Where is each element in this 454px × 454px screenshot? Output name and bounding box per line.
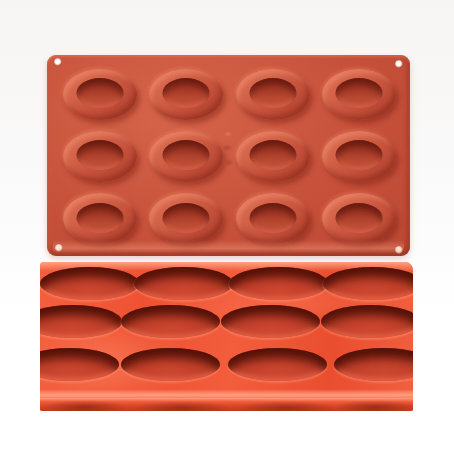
mold-cavity-angled (134, 267, 233, 300)
mold-cavity-angled (323, 267, 413, 300)
mold-angled-view (40, 262, 413, 411)
mold-cavity-angled (40, 267, 139, 300)
mold-cavity-opening (163, 203, 210, 233)
mold-cavity-angled (334, 348, 413, 381)
mold-cavity-ring (322, 193, 396, 244)
mold-cavity-opening (335, 141, 382, 171)
cavity-cell (57, 125, 143, 187)
mold-cavity-angled (229, 267, 328, 300)
mold-front-edge (40, 398, 413, 411)
mold-cavity-angled (40, 305, 122, 338)
cavity-cell (316, 63, 402, 125)
mold-cavity-angled (228, 348, 327, 381)
mold-cavity-opening (77, 203, 124, 233)
mold-cavity-ring (149, 131, 223, 182)
mold-cavity-opening (335, 78, 382, 108)
cavity-cell (57, 63, 143, 125)
mold-cavity-angled (321, 305, 413, 338)
mold-cavity-ring (63, 69, 137, 120)
mold-cavity-opening (163, 141, 210, 171)
mold-cavity-ring (236, 69, 310, 120)
mold-cavity-opening (249, 141, 296, 171)
mold-cavity-angled (121, 305, 220, 338)
bottom-edge-sheen (53, 240, 404, 254)
mold-cavity-opening (77, 78, 124, 108)
mold-cavity-opening (335, 203, 382, 233)
mold-cavity-ring (149, 193, 223, 244)
embossed-logo (219, 129, 237, 171)
mold-cavity-ring (149, 69, 223, 120)
cavity-cell (143, 63, 229, 125)
mold-cavity-opening (163, 78, 210, 108)
mold-cavity-ring (63, 131, 137, 182)
mold-cavity-ring (63, 193, 137, 244)
cavity-cell (316, 125, 402, 187)
product-photo (0, 0, 454, 454)
cavity-cell (230, 63, 316, 125)
mold-cavity-ring (236, 193, 310, 244)
mold-cavity-angled (40, 348, 119, 381)
mold-cavity-ring (322, 69, 396, 120)
mold-cavity-opening (249, 203, 296, 233)
mold-cavity-angled (221, 305, 320, 338)
cavity-cell (143, 125, 229, 187)
mold-cavity-ring (322, 131, 396, 182)
cavity-cell (230, 125, 316, 187)
mold-cavity-ring (236, 131, 310, 182)
mold-top-view (47, 55, 410, 256)
mold-cavity-opening (249, 78, 296, 108)
mold-cavity-opening (77, 141, 124, 171)
mold-cavity-angled (121, 348, 220, 381)
